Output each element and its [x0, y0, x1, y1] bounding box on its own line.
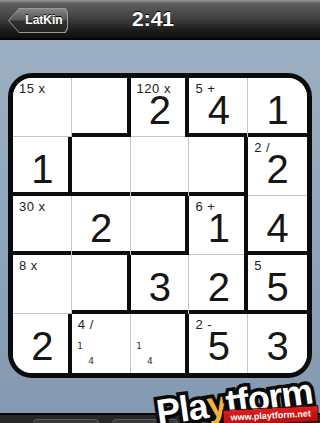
cell-value: 2	[149, 90, 171, 130]
cell-value: 2	[266, 149, 288, 189]
cell-r3c5[interactable]: 4	[248, 196, 307, 255]
timer-display: 2:41	[0, 0, 306, 40]
cage-clue: 5	[254, 258, 262, 273]
cell-value: 5	[208, 326, 230, 366]
cell-r4c5[interactable]: 55	[248, 255, 307, 314]
cell-r4c3[interactable]: 3	[131, 255, 190, 314]
cell-r1c3[interactable]: 120 x2	[131, 78, 190, 137]
cell-value: 3	[266, 326, 288, 366]
cell-r3c2[interactable]: 2	[72, 196, 131, 255]
cell-r4c2[interactable]	[72, 255, 131, 314]
cell-r1c1[interactable]: 15 x	[13, 78, 72, 137]
cell-value: 1	[266, 90, 288, 130]
cage-clue: 4 /	[78, 317, 94, 332]
cell-value: 2	[31, 326, 53, 366]
cell-r5c1[interactable]: 2	[13, 314, 72, 373]
puzzle-area: 15 x120 x25 +4112 /230 x26 +148 x325524 …	[0, 40, 320, 423]
cell-r1c2[interactable]	[72, 78, 131, 137]
cage-clue: 6 +	[195, 199, 215, 214]
cell-r1c5[interactable]: 1	[248, 78, 307, 137]
candidate-mark: 4	[88, 356, 94, 366]
cell-r1c4[interactable]: 5 +4	[189, 78, 248, 137]
cell-r4c1[interactable]: 8 x	[13, 255, 72, 314]
toolbar-button[interactable]	[33, 419, 99, 423]
candidate-mark: 1	[77, 341, 83, 351]
navigation-bar: LatKin 2:41	[0, 0, 320, 40]
cell-value: 4	[266, 208, 288, 248]
cell-r2c1[interactable]: 1	[13, 137, 72, 196]
puzzle-board: 15 x120 x25 +4112 /230 x26 +148 x325524 …	[8, 73, 312, 378]
cage-clue: 30 x	[19, 199, 46, 214]
candidate-mark: 4	[147, 356, 153, 366]
toolbar-button[interactable]	[112, 419, 178, 423]
cage-clue: 5 +	[195, 81, 215, 96]
latkin-app-screen: LatKin 2:41 15 x120 x25 +4112 /230 x26 +…	[0, 0, 320, 423]
cell-r3c1[interactable]: 30 x	[13, 196, 72, 255]
cell-r2c4[interactable]	[189, 137, 248, 196]
cell-value: 1	[208, 208, 230, 248]
cell-r5c2[interactable]: 4 /14	[72, 314, 131, 373]
cage-clue: 2 /	[254, 140, 270, 155]
cell-r3c4[interactable]: 6 +1	[189, 196, 248, 255]
cell-r3c3[interactable]	[131, 196, 190, 255]
cell-value: 2	[90, 208, 112, 248]
cell-r5c3[interactable]: 14	[131, 314, 190, 373]
cell-r2c2[interactable]	[72, 137, 131, 196]
cage-clue: 2 -	[195, 317, 212, 332]
cell-r5c4[interactable]: 2 -5	[189, 314, 248, 373]
bottom-toolbar-edge	[0, 413, 320, 423]
cage-clue: 120 x	[137, 81, 171, 96]
puzzle-grid: 15 x120 x25 +4112 /230 x26 +148 x325524 …	[13, 78, 307, 373]
cage-clue: 15 x	[19, 81, 46, 96]
cell-value: 2	[208, 267, 230, 307]
cell-r2c3[interactable]	[131, 137, 190, 196]
cell-value: 1	[31, 149, 53, 189]
cage-clue: 8 x	[19, 258, 38, 273]
cell-r2c5[interactable]: 2 /2	[248, 137, 307, 196]
cell-r5c5[interactable]: 3	[248, 314, 307, 373]
toolbar-button[interactable]	[191, 419, 257, 423]
cell-r4c4[interactable]: 2	[189, 255, 248, 314]
cell-value: 4	[208, 90, 230, 130]
candidate-mark: 1	[136, 341, 142, 351]
cell-value: 3	[149, 267, 171, 307]
cell-value: 5	[266, 267, 288, 307]
